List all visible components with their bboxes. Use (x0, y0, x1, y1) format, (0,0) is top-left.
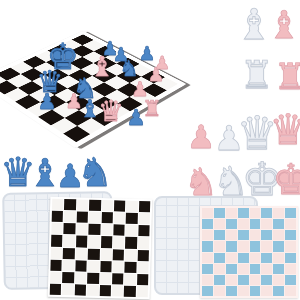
board-square (202, 230, 213, 240)
board-square (138, 213, 150, 224)
blue-pink-board-blank (200, 206, 298, 298)
board-square (137, 262, 149, 273)
blue-knight-piece: ♞ (77, 152, 113, 192)
board-square (50, 259, 62, 270)
board-square (126, 201, 138, 212)
board-square (75, 248, 87, 259)
board-square (101, 236, 113, 247)
board-square (238, 208, 249, 218)
board-square (250, 264, 261, 274)
board-square (238, 264, 249, 274)
board-square (285, 241, 296, 251)
board-square (226, 286, 237, 296)
board-square (285, 253, 296, 263)
board-square (114, 212, 126, 223)
board-square (226, 208, 237, 218)
board-square (52, 211, 64, 222)
board-square (202, 286, 213, 296)
board-square (125, 237, 137, 248)
board-square (101, 200, 113, 211)
board-square (261, 275, 272, 285)
board-square (112, 273, 124, 284)
board-square (113, 237, 125, 248)
board-square (101, 212, 113, 223)
board-square (250, 286, 261, 296)
board-square (101, 224, 113, 235)
board-square (226, 253, 237, 263)
board-square (285, 275, 296, 285)
board-square (226, 241, 237, 251)
board-square (214, 264, 225, 274)
board-square (77, 199, 89, 210)
board-square (261, 253, 272, 263)
board-square (87, 272, 99, 283)
board-square (202, 241, 213, 251)
board-square (64, 211, 76, 222)
board-square (285, 219, 296, 229)
board-square (88, 224, 100, 235)
board-square (238, 275, 249, 285)
board-square (202, 253, 213, 263)
board-square (250, 230, 261, 240)
board-square (75, 260, 87, 271)
board-square (100, 261, 112, 272)
black-white-board-blank (48, 197, 153, 300)
board-square (99, 285, 111, 296)
board-square (202, 219, 213, 229)
board-square (285, 208, 296, 218)
board-square (125, 261, 137, 272)
board-square (88, 248, 100, 259)
board-square (226, 230, 237, 240)
board-square (214, 208, 225, 218)
board-square (136, 286, 148, 297)
board-square (64, 223, 76, 234)
board-square (126, 225, 138, 236)
board-square (273, 253, 284, 263)
board-square (238, 286, 249, 296)
board-square (261, 286, 272, 296)
board-square (51, 235, 63, 246)
board-square (202, 275, 213, 285)
board-square (226, 264, 237, 274)
board-square (214, 241, 225, 251)
board-square (238, 219, 249, 229)
board-square (138, 225, 150, 236)
board-square (51, 247, 63, 258)
board-square (50, 271, 62, 282)
board-square (113, 225, 125, 236)
product-photo: ♚ ♛ ♞ ♟ ♝ ♟ ♟ ♞ ♟ ♟ ♝ ♟ ♟ ♟ ♛ ♜ ♟ ♝ ♝ ♜ … (0, 0, 300, 300)
board-square (285, 264, 296, 274)
board-square (226, 275, 237, 285)
board-square (63, 235, 75, 246)
board-square (273, 275, 284, 285)
board-square (273, 219, 284, 229)
board-square (126, 213, 138, 224)
board-square (273, 241, 284, 251)
board-square (250, 275, 261, 285)
board-square (250, 253, 261, 263)
board-square (138, 237, 150, 248)
board-square (137, 249, 149, 260)
board-square (273, 286, 284, 296)
board-square (250, 208, 261, 218)
board-square (273, 230, 284, 240)
board-square (238, 230, 249, 240)
board-square (261, 208, 272, 218)
board-square (89, 212, 101, 223)
board-square (76, 236, 88, 247)
board-square (113, 249, 125, 260)
board-square (261, 230, 272, 240)
board-square (261, 264, 272, 274)
board-square (214, 253, 225, 263)
bp-board-grid (202, 208, 296, 296)
board-square (285, 230, 296, 240)
board-square (88, 260, 100, 271)
board-square (261, 219, 272, 229)
board-square (76, 212, 88, 223)
board-square (214, 230, 225, 240)
board-square (250, 219, 261, 229)
board-square (51, 223, 63, 234)
board-square (273, 264, 284, 274)
board-square (76, 224, 88, 235)
board-square (62, 284, 74, 295)
board-square (226, 219, 237, 229)
board-square (124, 273, 136, 284)
board-square (89, 200, 101, 211)
board-square (63, 260, 75, 271)
board-square (273, 208, 284, 218)
board-square (214, 219, 225, 229)
board-square (214, 275, 225, 285)
board-square (75, 272, 87, 283)
board-square (52, 199, 64, 210)
board-square (88, 236, 100, 247)
board-square (64, 199, 76, 210)
board-square (50, 284, 62, 295)
bw-board-grid (50, 199, 150, 298)
board-square (112, 285, 124, 296)
board-square (112, 261, 124, 272)
board-square (238, 241, 249, 251)
board-square (250, 241, 261, 251)
board-square (285, 286, 296, 296)
board-square (75, 284, 87, 295)
board-square (202, 208, 213, 218)
board-square (62, 272, 74, 283)
board-square (125, 249, 137, 260)
board-square (261, 241, 272, 251)
board-square (100, 249, 112, 260)
board-square (63, 248, 75, 259)
board-square (100, 273, 112, 284)
board-square (137, 274, 149, 285)
board-square (114, 200, 126, 211)
board-square (87, 285, 99, 296)
board-square (124, 286, 136, 297)
board-square (238, 253, 249, 263)
board-square (214, 286, 225, 296)
board-square (202, 264, 213, 274)
board-square (139, 201, 151, 212)
